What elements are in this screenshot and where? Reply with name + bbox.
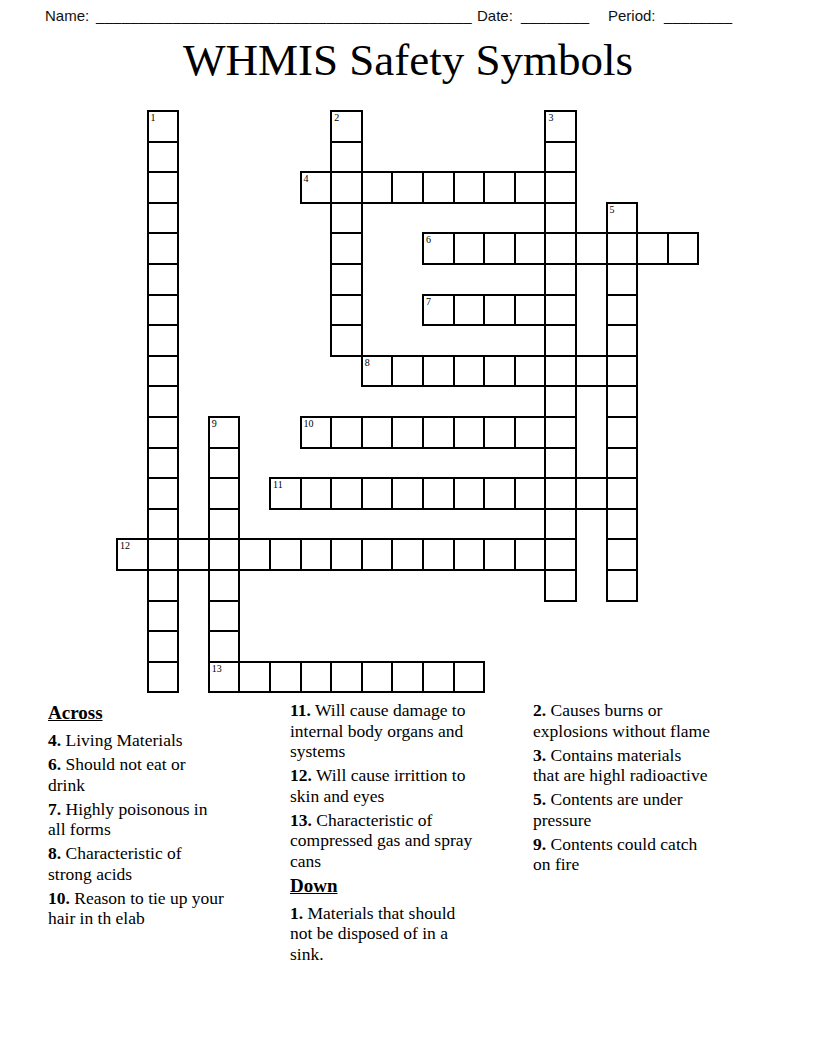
clue-number: 4. [48, 730, 61, 750]
grid-cell[interactable] [606, 416, 639, 449]
grid-cell[interactable] [147, 171, 180, 204]
grid-cell[interactable] [330, 141, 363, 174]
grid-cell[interactable] [361, 171, 394, 204]
grid-cell[interactable]: 8 [361, 355, 394, 388]
grid-cell[interactable] [422, 355, 455, 388]
grid-cell[interactable] [422, 171, 455, 204]
grid-cell[interactable] [453, 477, 486, 510]
clue-5: 5. Contents are under pressure [533, 789, 761, 830]
grid-cell[interactable] [667, 232, 700, 265]
grid-cell[interactable] [544, 171, 577, 204]
cell-number: 2 [334, 112, 339, 124]
grid-cell[interactable] [453, 661, 486, 694]
name-label: Name: [45, 7, 89, 24]
grid-cell[interactable] [544, 538, 577, 571]
grid-cell[interactable] [147, 355, 180, 388]
date-label: Date: [477, 7, 513, 24]
grid-cell[interactable] [147, 232, 180, 265]
grid-cell[interactable] [330, 294, 363, 327]
grid-cell[interactable] [300, 477, 333, 510]
clue-text: Causes burns or explosions without flame [533, 700, 710, 741]
grid-cell[interactable] [238, 661, 271, 694]
clue-7: 7. Highly poisonous in all forms [48, 799, 290, 840]
clue-13: 13. Characteristic of compressed gas and… [290, 810, 528, 872]
grid-cell[interactable]: 7 [422, 294, 455, 327]
grid-cell[interactable] [453, 538, 486, 571]
clue-number: 10. [48, 888, 70, 908]
clue-9: 9. Contents could catch on fire [533, 834, 761, 875]
grid-cell[interactable]: 12 [116, 538, 149, 571]
grid-cell[interactable] [208, 630, 241, 663]
clues-column-1: Across4. Living Materials6. Should not e… [48, 700, 290, 932]
clue-heading-across: Across [48, 702, 290, 723]
clue-11: 11. Will cause damage to internal body o… [290, 700, 528, 762]
grid-cell[interactable] [544, 324, 577, 357]
cell-number: 6 [426, 234, 431, 246]
clue-text: Characteristic of strong acids [48, 843, 182, 884]
grid-cell[interactable] [606, 569, 639, 602]
clue-number: 9. [533, 834, 546, 854]
grid-cell[interactable] [361, 538, 394, 571]
grid-cell[interactable] [606, 324, 639, 357]
grid-cell[interactable] [147, 141, 180, 174]
name-blank-line: ________________________________________… [96, 7, 472, 24]
clue-text: Should not eat or drink [48, 754, 186, 795]
grid-cell[interactable] [636, 232, 669, 265]
grid-cell[interactable] [208, 538, 241, 571]
grid-cell[interactable] [514, 171, 547, 204]
grid-cell[interactable] [269, 661, 302, 694]
grid-cell[interactable] [330, 477, 363, 510]
grid-cell[interactable] [606, 263, 639, 296]
clue-text: Living Materials [66, 730, 183, 750]
grid-cell[interactable]: 13 [208, 661, 241, 694]
grid-cell[interactable] [391, 355, 424, 388]
grid-cell[interactable] [391, 416, 424, 449]
grid-cell[interactable] [330, 661, 363, 694]
grid-cell[interactable] [391, 477, 424, 510]
cell-number: 3 [548, 112, 553, 124]
grid-cell[interactable] [361, 416, 394, 449]
crossword-grid: 12345678910111213 [116, 110, 700, 694]
grid-cell[interactable] [330, 324, 363, 357]
grid-cell[interactable] [544, 477, 577, 510]
grid-cell[interactable] [391, 661, 424, 694]
clue-1: 1. Materials that should not be disposed… [290, 903, 528, 965]
grid-cell[interactable]: 11 [269, 477, 302, 510]
grid-cell[interactable] [483, 294, 516, 327]
clue-number: 3. [533, 745, 546, 765]
grid-cell[interactable] [483, 477, 516, 510]
grid-cell[interactable] [606, 538, 639, 571]
clue-3: 3. Contains materials that are highl rad… [533, 745, 761, 786]
cell-number: 11 [273, 479, 283, 491]
grid-cell[interactable] [269, 538, 302, 571]
cell-number: 12 [120, 540, 130, 552]
grid-cell[interactable]: 2 [330, 110, 363, 143]
grid-cell[interactable] [606, 508, 639, 541]
grid-cell[interactable] [330, 171, 363, 204]
clue-text: Will cause irrittion to skin and eyes [290, 765, 465, 806]
grid-cell[interactable] [606, 447, 639, 480]
grid-cell[interactable] [208, 508, 241, 541]
grid-cell[interactable] [453, 416, 486, 449]
grid-cell[interactable] [606, 232, 639, 265]
grid-cell[interactable] [544, 508, 577, 541]
clue-number: 1. [290, 903, 303, 923]
grid-cell[interactable] [544, 202, 577, 235]
grid-cell[interactable] [147, 294, 180, 327]
clues-column-2: 11. Will cause damage to internal body o… [290, 700, 528, 968]
grid-cell[interactable] [606, 477, 639, 510]
grid-cell[interactable] [514, 477, 547, 510]
cell-number: 7 [426, 296, 431, 308]
clue-text: Contents could catch on fire [533, 834, 697, 875]
grid-cell[interactable] [391, 538, 424, 571]
grid-cell[interactable] [575, 232, 608, 265]
grid-cell[interactable] [147, 202, 180, 235]
cell-number: 8 [365, 357, 370, 369]
grid-cell[interactable] [575, 477, 608, 510]
grid-cell[interactable] [453, 171, 486, 204]
clue-6: 6. Should not eat or drink [48, 754, 290, 795]
grid-cell[interactable] [514, 416, 547, 449]
grid-cell[interactable] [514, 355, 547, 388]
grid-cell[interactable] [147, 538, 180, 571]
grid-cell[interactable] [544, 355, 577, 388]
grid-cell[interactable] [208, 447, 241, 480]
clue-4: 4. Living Materials [48, 730, 290, 751]
cell-number: 5 [610, 204, 615, 216]
grid-cell[interactable] [147, 630, 180, 663]
clue-text: Will cause damage to internal body organ… [290, 700, 465, 761]
grid-cell[interactable] [453, 294, 486, 327]
clue-number: 8. [48, 843, 61, 863]
grid-cell[interactable] [606, 355, 639, 388]
grid-cell[interactable] [330, 538, 363, 571]
grid-cell[interactable] [300, 538, 333, 571]
clue-12: 12. Will cause irrittion to skin and eye… [290, 765, 528, 806]
grid-cell[interactable] [208, 600, 241, 633]
period-blank-line: ________ [664, 7, 732, 24]
clue-2: 2. Causes burns or explosions without fl… [533, 700, 761, 741]
clue-number: 12. [290, 765, 312, 785]
clue-heading-down: Down [290, 875, 528, 896]
worksheet-page: { "header": { "name_label": "Name:", "na… [0, 0, 816, 1056]
grid-cell[interactable] [147, 569, 180, 602]
grid-cell[interactable] [147, 661, 180, 694]
grid-cell[interactable] [606, 385, 639, 418]
grid-cell[interactable] [544, 416, 577, 449]
cell-number: 13 [212, 663, 222, 675]
grid-cell[interactable] [330, 263, 363, 296]
page-title: WHMIS Safety Symbols [0, 34, 816, 86]
cell-number: 10 [304, 418, 314, 430]
grid-cell[interactable] [361, 477, 394, 510]
grid-cell[interactable] [483, 538, 516, 571]
grid-cell[interactable] [544, 294, 577, 327]
clue-number: 11. [290, 700, 311, 720]
grid-cell[interactable]: 5 [606, 202, 639, 235]
grid-cell[interactable] [147, 477, 180, 510]
grid-cell[interactable]: 3 [544, 110, 577, 143]
grid-cell[interactable] [544, 447, 577, 480]
grid-cell[interactable] [606, 294, 639, 327]
clue-number: 7. [48, 799, 61, 819]
clue-text: Contents are under pressure [533, 789, 683, 830]
grid-cell[interactable] [483, 171, 516, 204]
grid-cell[interactable] [300, 661, 333, 694]
clue-text: Reason to tie up your hair in th elab [48, 888, 224, 929]
grid-cell[interactable] [330, 232, 363, 265]
grid-cell[interactable]: 10 [300, 416, 333, 449]
grid-cell[interactable] [544, 263, 577, 296]
grid-cell[interactable]: 9 [208, 416, 241, 449]
clue-number: 6. [48, 754, 61, 774]
grid-cell[interactable] [544, 569, 577, 602]
grid-cell[interactable] [483, 416, 516, 449]
clue-number: 5. [533, 789, 546, 809]
grid-cell[interactable] [483, 232, 516, 265]
grid-cell[interactable]: 6 [422, 232, 455, 265]
grid-cell[interactable] [514, 538, 547, 571]
date-blank-line: ________ [521, 7, 589, 24]
clue-number: 13. [290, 810, 312, 830]
grid-cell[interactable] [453, 355, 486, 388]
clue-10: 10. Reason to tie up your hair in th ela… [48, 888, 290, 929]
grid-cell[interactable] [238, 538, 271, 571]
clue-text: Materials that should not be disposed of… [290, 903, 455, 964]
grid-cell[interactable] [330, 202, 363, 235]
grid-cell[interactable] [208, 569, 241, 602]
grid-cell[interactable] [330, 416, 363, 449]
cell-number: 1 [151, 112, 156, 124]
grid-cell[interactable] [544, 141, 577, 174]
clue-8: 8. Characteristic of strong acids [48, 843, 290, 884]
grid-cell[interactable]: 1 [147, 110, 180, 143]
grid-cell[interactable] [544, 385, 577, 418]
grid-cell[interactable] [361, 661, 394, 694]
clues-column-3: 2. Causes burns or explosions without fl… [533, 700, 761, 878]
grid-cell[interactable] [422, 416, 455, 449]
grid-cell[interactable] [147, 600, 180, 633]
grid-cell[interactable] [575, 355, 608, 388]
grid-cell[interactable] [208, 477, 241, 510]
grid-cell[interactable] [483, 355, 516, 388]
grid-cell[interactable] [514, 294, 547, 327]
grid-cell[interactable] [147, 385, 180, 418]
grid-cell[interactable] [147, 263, 180, 296]
grid-cell[interactable] [147, 447, 180, 480]
clue-text: Highly poisonous in all forms [48, 799, 207, 840]
grid-cell[interactable] [147, 508, 180, 541]
clue-text: Contains materials that are highl radioa… [533, 745, 707, 786]
grid-cell[interactable] [514, 232, 547, 265]
clue-text: Characteristic of compressed gas and spr… [290, 810, 472, 871]
grid-cell[interactable] [422, 661, 455, 694]
grid-cell[interactable]: 4 [300, 171, 333, 204]
grid-cell[interactable] [147, 324, 180, 357]
grid-cell[interactable] [422, 477, 455, 510]
grid-cell[interactable] [177, 538, 210, 571]
grid-cell[interactable] [391, 171, 424, 204]
grid-cell[interactable] [453, 232, 486, 265]
clue-number: 2. [533, 700, 546, 720]
cell-number: 4 [304, 173, 309, 185]
cell-number: 9 [212, 418, 217, 430]
period-label: Period: [608, 7, 656, 24]
grid-cell[interactable] [147, 416, 180, 449]
grid-cell[interactable] [422, 538, 455, 571]
grid-cell[interactable] [544, 232, 577, 265]
